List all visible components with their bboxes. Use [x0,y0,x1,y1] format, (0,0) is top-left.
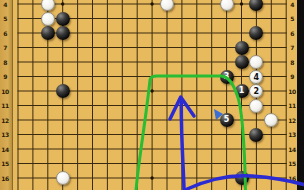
row-label-right-16: 16 [287,175,297,182]
row-label-right-7: 7 [287,44,297,51]
row-label-right-10: 10 [287,88,297,95]
row-label-left-13: 13 [0,131,10,138]
move-4-white-stone[interactable]: 4 [249,70,263,84]
move-number: 2 [250,85,262,99]
black-stone[interactable] [235,55,249,69]
row-label-left-7: 7 [0,44,10,51]
row-label-left-5: 5 [0,15,10,22]
black-stone[interactable] [235,41,249,55]
star-point [150,2,153,5]
white-stone[interactable] [56,171,70,185]
move-number: 5 [220,113,234,127]
move-2-white-stone[interactable]: 2 [249,84,263,98]
star-point [240,2,243,5]
row-label-left-9: 9 [0,73,10,80]
white-stone[interactable] [249,99,263,113]
row-label-right-11: 11 [287,102,297,109]
row-label-left-14: 14 [0,146,10,153]
row-label-left-10: 10 [0,88,10,95]
white-stone[interactable] [41,12,55,26]
row-label-right-4: 4 [287,1,297,8]
black-stone[interactable] [56,84,70,98]
row-label-right-13: 13 [287,131,297,138]
row-label-left-6: 6 [0,30,10,37]
black-stone[interactable] [235,171,249,185]
move-1-black-stone[interactable]: 1 [235,84,249,98]
go-board[interactable]: 45678910111213141516 4567891011121314151… [0,0,304,190]
row-label-right-14: 14 [287,146,297,153]
move-number: 1 [235,84,249,98]
row-label-right-8: 8 [287,59,297,66]
row-label-right-15: 15 [287,160,297,167]
row-label-left-8: 8 [0,59,10,66]
row-label-left-15: 15 [0,160,10,167]
move-number: 3 [220,70,234,84]
star-point [61,2,64,5]
row-label-left-4: 4 [0,1,10,8]
row-label-right-12: 12 [287,117,297,124]
row-label-right-5: 5 [287,15,297,22]
star-point [150,89,153,92]
move-5-black-stone[interactable]: 5 [220,113,234,127]
row-label-left-16: 16 [0,175,10,182]
black-stone[interactable] [41,26,55,40]
row-label-right-6: 6 [287,30,297,37]
move-3-black-stone[interactable]: 3 [220,70,234,84]
black-stone[interactable] [249,128,263,142]
black-stone[interactable] [56,12,70,26]
right-edge-strip [297,0,304,190]
star-point [150,176,153,179]
row-label-left-11: 11 [0,102,10,109]
move-number: 4 [250,71,262,85]
row-label-right-9: 9 [287,73,297,80]
row-label-left-12: 12 [0,117,10,124]
white-stone[interactable] [220,0,234,11]
black-stone[interactable] [56,26,70,40]
